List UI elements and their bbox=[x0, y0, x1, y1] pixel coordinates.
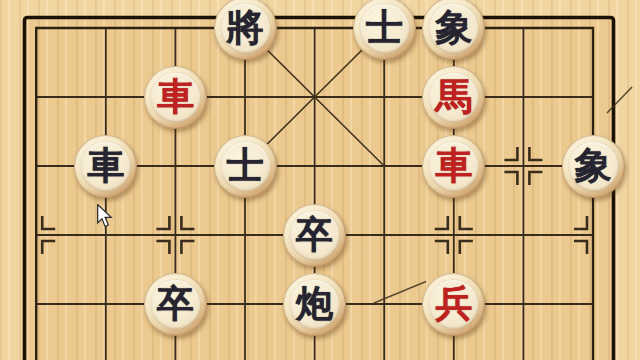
piece-b3-black-chariot[interactable]: 車 bbox=[74, 135, 137, 198]
piece-face: 車 bbox=[429, 142, 478, 191]
piece-face: 象 bbox=[569, 142, 618, 191]
piece-c2-red-chariot[interactable]: 車 bbox=[144, 66, 207, 129]
piece-face: 將 bbox=[221, 4, 270, 53]
piece-g3-red-chariot[interactable]: 車 bbox=[422, 135, 485, 198]
black-soldier-glyph: 卒 bbox=[296, 216, 333, 253]
black-soldier-glyph: 卒 bbox=[157, 285, 194, 322]
piece-i3-black-elephant[interactable]: 象 bbox=[562, 135, 625, 198]
piece-g1-black-elephant[interactable]: 象 bbox=[422, 0, 485, 60]
piece-f1-black-advisor[interactable]: 士 bbox=[353, 0, 416, 60]
black-advisor-glyph: 士 bbox=[366, 9, 403, 46]
black-elephant-glyph: 象 bbox=[575, 147, 612, 184]
piece-d3-black-advisor[interactable]: 士 bbox=[214, 135, 277, 198]
piece-e5-black-cannon[interactable]: 炮 bbox=[283, 273, 346, 336]
piece-e4-black-soldier[interactable]: 卒 bbox=[283, 204, 346, 267]
black-advisor-glyph: 士 bbox=[227, 147, 264, 184]
red-horse-glyph: 馬 bbox=[435, 78, 472, 115]
piece-g2-red-horse[interactable]: 馬 bbox=[422, 66, 485, 129]
piece-face: 兵 bbox=[429, 280, 478, 329]
piece-face: 車 bbox=[81, 142, 130, 191]
pieces-layer: 將士象車馬車士車象卒卒炮兵 bbox=[0, 0, 640, 360]
piece-face: 士 bbox=[360, 4, 409, 53]
xiangqi-app: 將士象車馬車士車象卒卒炮兵 bbox=[0, 0, 640, 360]
piece-g5-red-soldier[interactable]: 兵 bbox=[422, 273, 485, 336]
piece-face: 炮 bbox=[290, 280, 339, 329]
black-elephant-glyph: 象 bbox=[435, 9, 472, 46]
black-chariot-glyph: 車 bbox=[87, 147, 124, 184]
piece-d1-black-general[interactable]: 將 bbox=[214, 0, 277, 60]
red-chariot-glyph: 車 bbox=[157, 78, 194, 115]
black-cannon-glyph: 炮 bbox=[296, 285, 333, 322]
piece-face: 士 bbox=[221, 142, 270, 191]
piece-face: 車 bbox=[151, 73, 200, 122]
red-chariot-glyph: 車 bbox=[435, 147, 472, 184]
piece-face: 象 bbox=[429, 4, 478, 53]
piece-face: 馬 bbox=[429, 73, 478, 122]
red-soldier-glyph: 兵 bbox=[435, 285, 472, 322]
piece-face: 卒 bbox=[151, 280, 200, 329]
piece-face: 卒 bbox=[290, 211, 339, 260]
piece-c5-black-soldier[interactable]: 卒 bbox=[144, 273, 207, 336]
black-general-glyph: 將 bbox=[227, 9, 264, 46]
